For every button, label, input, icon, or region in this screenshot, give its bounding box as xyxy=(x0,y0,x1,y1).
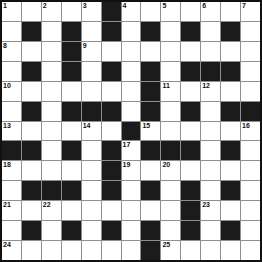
white-cell-11-10[interactable] xyxy=(201,221,220,240)
clue-number-1: 1 xyxy=(3,2,7,10)
clue-number-14: 14 xyxy=(83,122,91,130)
black-cell-1-9 xyxy=(181,22,200,41)
clue-number-12: 12 xyxy=(202,82,210,90)
white-cell-10-4[interactable] xyxy=(82,201,101,220)
black-cell-11-9 xyxy=(181,221,200,240)
clue-number-2: 2 xyxy=(43,2,47,10)
white-cell-9-0[interactable] xyxy=(2,181,21,200)
white-cell-0-12[interactable]: 7 xyxy=(241,2,260,21)
white-cell-4-6[interactable] xyxy=(122,82,141,101)
black-cell-0-5 xyxy=(102,2,121,21)
white-cell-2-11[interactable] xyxy=(221,42,240,61)
black-cell-3-10 xyxy=(201,62,220,81)
white-cell-10-12[interactable] xyxy=(241,201,260,220)
clue-number-19: 19 xyxy=(123,161,131,169)
white-cell-9-8[interactable] xyxy=(161,181,180,200)
white-cell-1-4[interactable] xyxy=(82,22,101,41)
clue-number-9: 9 xyxy=(83,42,87,50)
white-cell-10-3[interactable] xyxy=(62,201,81,220)
clue-number-20: 20 xyxy=(162,161,170,169)
black-cell-10-9 xyxy=(181,201,200,220)
white-cell-2-2[interactable] xyxy=(42,42,61,61)
white-cell-12-5[interactable] xyxy=(102,241,121,260)
white-cell-6-11[interactable] xyxy=(221,122,240,141)
white-cell-0-10[interactable]: 6 xyxy=(201,2,220,21)
white-cell-4-1[interactable] xyxy=(22,82,41,101)
white-cell-4-2[interactable] xyxy=(42,82,61,101)
white-cell-4-0[interactable]: 10 xyxy=(2,82,21,101)
white-cell-2-7[interactable] xyxy=(141,42,160,61)
white-cell-6-9[interactable] xyxy=(181,122,200,141)
white-cell-2-9[interactable] xyxy=(181,42,200,61)
crossword-page: 1234567891011121314151617181920212223242… xyxy=(0,0,262,262)
black-cell-9-7 xyxy=(141,181,160,200)
white-cell-8-10[interactable] xyxy=(201,161,220,180)
black-cell-1-3 xyxy=(62,22,81,41)
white-cell-1-6[interactable] xyxy=(122,22,141,41)
white-cell-10-0[interactable]: 21 xyxy=(2,201,21,220)
black-cell-5-1 xyxy=(22,102,41,121)
clue-number-22: 22 xyxy=(43,201,51,209)
white-cell-4-12[interactable] xyxy=(241,82,260,101)
black-cell-9-1 xyxy=(22,181,41,200)
white-cell-8-8[interactable]: 20 xyxy=(161,161,180,180)
white-cell-12-8[interactable]: 25 xyxy=(161,241,180,260)
white-cell-10-11[interactable] xyxy=(221,201,240,220)
clue-number-24: 24 xyxy=(3,241,11,249)
white-cell-12-9[interactable] xyxy=(181,241,200,260)
white-cell-12-0[interactable]: 24 xyxy=(2,241,21,260)
clue-number-18: 18 xyxy=(3,161,11,169)
black-cell-8-5 xyxy=(102,161,121,180)
white-cell-4-3[interactable] xyxy=(62,82,81,101)
black-cell-9-9 xyxy=(181,181,200,200)
white-cell-12-10[interactable] xyxy=(201,241,220,260)
black-cell-5-3 xyxy=(62,102,81,121)
white-cell-0-2[interactable]: 2 xyxy=(42,2,61,21)
white-cell-1-8[interactable] xyxy=(161,22,180,41)
black-cell-3-3 xyxy=(62,62,81,81)
white-cell-8-11[interactable] xyxy=(221,161,240,180)
black-cell-9-11 xyxy=(221,181,240,200)
white-cell-1-12[interactable] xyxy=(241,22,260,41)
white-cell-4-10[interactable]: 12 xyxy=(201,82,220,101)
white-cell-5-0[interactable] xyxy=(2,102,21,121)
white-cell-8-12[interactable] xyxy=(241,161,260,180)
white-cell-1-0[interactable] xyxy=(2,22,21,41)
white-cell-10-8[interactable] xyxy=(161,201,180,220)
white-cell-11-8[interactable] xyxy=(161,221,180,240)
clue-number-5: 5 xyxy=(162,2,166,10)
clue-number-16: 16 xyxy=(242,122,250,130)
white-cell-3-0[interactable] xyxy=(2,62,21,81)
white-cell-12-12[interactable] xyxy=(241,241,260,260)
white-cell-8-1[interactable] xyxy=(22,161,41,180)
white-cell-2-8[interactable] xyxy=(161,42,180,61)
black-cell-5-12 xyxy=(241,102,260,121)
crossword-grid: 1234567891011121314151617181920212223242… xyxy=(0,0,262,262)
clue-number-7: 7 xyxy=(242,2,246,10)
clue-number-8: 8 xyxy=(3,42,7,50)
black-cell-7-8 xyxy=(161,141,180,160)
black-cell-2-3 xyxy=(62,42,81,61)
black-cell-11-11 xyxy=(221,221,240,240)
white-cell-8-9[interactable] xyxy=(181,161,200,180)
white-cell-2-12[interactable] xyxy=(241,42,260,61)
white-cell-0-4[interactable]: 3 xyxy=(82,2,101,21)
white-cell-11-2[interactable] xyxy=(42,221,61,240)
black-cell-11-1 xyxy=(22,221,41,240)
white-cell-3-6[interactable] xyxy=(122,62,141,81)
white-cell-8-7[interactable] xyxy=(141,161,160,180)
white-cell-2-5[interactable] xyxy=(102,42,121,61)
white-cell-2-1[interactable] xyxy=(22,42,41,61)
white-cell-0-1[interactable] xyxy=(22,2,41,21)
white-cell-0-3[interactable] xyxy=(62,2,81,21)
white-cell-0-11[interactable] xyxy=(221,2,240,21)
clue-number-25: 25 xyxy=(162,241,170,249)
white-cell-8-0[interactable]: 18 xyxy=(2,161,21,180)
white-cell-6-1[interactable] xyxy=(22,122,41,141)
white-cell-10-7[interactable] xyxy=(141,201,160,220)
white-cell-1-2[interactable] xyxy=(42,22,61,41)
white-cell-12-4[interactable] xyxy=(82,241,101,260)
white-cell-6-7[interactable]: 15 xyxy=(141,122,160,141)
white-cell-8-4[interactable] xyxy=(82,161,101,180)
black-cell-3-7 xyxy=(141,62,160,81)
white-cell-4-11[interactable] xyxy=(221,82,240,101)
black-cell-4-7 xyxy=(141,82,160,101)
clue-number-11: 11 xyxy=(162,82,169,90)
white-cell-7-10[interactable] xyxy=(201,141,220,160)
white-cell-9-4[interactable] xyxy=(82,181,101,200)
white-cell-6-5[interactable] xyxy=(102,122,121,141)
white-cell-10-1[interactable] xyxy=(22,201,41,220)
white-cell-6-0[interactable]: 13 xyxy=(2,122,21,141)
black-cell-5-7 xyxy=(141,102,160,121)
black-cell-3-5 xyxy=(102,62,121,81)
black-cell-7-7 xyxy=(141,141,160,160)
white-cell-12-6[interactable] xyxy=(122,241,141,260)
white-cell-0-9[interactable] xyxy=(181,2,200,21)
black-cell-9-3 xyxy=(62,181,81,200)
black-cell-7-3 xyxy=(62,141,81,160)
black-cell-9-2 xyxy=(42,181,61,200)
white-cell-8-3[interactable] xyxy=(62,161,81,180)
black-cell-1-5 xyxy=(102,22,121,41)
white-cell-0-8[interactable]: 5 xyxy=(161,2,180,21)
black-cell-11-5 xyxy=(102,221,121,240)
white-cell-2-10[interactable] xyxy=(201,42,220,61)
white-cell-4-8[interactable]: 11 xyxy=(161,82,180,101)
white-cell-11-12[interactable] xyxy=(241,221,260,240)
white-cell-8-2[interactable] xyxy=(42,161,61,180)
white-cell-9-12[interactable] xyxy=(241,181,260,200)
white-cell-6-4[interactable]: 14 xyxy=(82,122,101,141)
white-cell-12-11[interactable] xyxy=(221,241,240,260)
white-cell-1-10[interactable] xyxy=(201,22,220,41)
clue-number-6: 6 xyxy=(202,2,206,10)
black-cell-7-1 xyxy=(22,141,41,160)
white-cell-7-4[interactable] xyxy=(82,141,101,160)
white-cell-0-6[interactable]: 4 xyxy=(122,2,141,21)
clue-number-23: 23 xyxy=(202,201,210,209)
black-cell-5-11 xyxy=(221,102,240,121)
white-cell-11-0[interactable] xyxy=(2,221,21,240)
white-cell-10-6[interactable] xyxy=(122,201,141,220)
white-cell-11-6[interactable] xyxy=(122,221,141,240)
white-cell-4-9[interactable] xyxy=(181,82,200,101)
black-cell-9-5 xyxy=(102,181,121,200)
white-cell-3-2[interactable] xyxy=(42,62,61,81)
black-cell-5-9 xyxy=(181,102,200,121)
black-cell-3-9 xyxy=(181,62,200,81)
white-cell-10-5[interactable] xyxy=(102,201,121,220)
black-cell-1-1 xyxy=(22,22,41,41)
white-cell-4-5[interactable] xyxy=(102,82,121,101)
white-cell-5-2[interactable] xyxy=(42,102,61,121)
white-cell-6-2[interactable] xyxy=(42,122,61,141)
black-cell-3-1 xyxy=(22,62,41,81)
white-cell-10-10[interactable]: 23 xyxy=(201,201,220,220)
black-cell-1-7 xyxy=(141,22,160,41)
white-cell-6-8[interactable] xyxy=(161,122,180,141)
black-cell-7-0 xyxy=(2,141,21,160)
clue-number-13: 13 xyxy=(3,122,11,130)
black-cell-7-11 xyxy=(221,141,240,160)
white-cell-5-10[interactable] xyxy=(201,102,220,121)
clue-number-4: 4 xyxy=(123,2,127,10)
white-cell-0-7[interactable] xyxy=(141,2,160,21)
white-cell-2-6[interactable] xyxy=(122,42,141,61)
white-cell-12-1[interactable] xyxy=(22,241,41,260)
white-cell-6-12[interactable]: 16 xyxy=(241,122,260,141)
white-cell-3-8[interactable] xyxy=(161,62,180,81)
black-cell-7-5 xyxy=(102,141,121,160)
white-cell-9-10[interactable] xyxy=(201,181,220,200)
white-cell-9-6[interactable] xyxy=(122,181,141,200)
white-cell-5-6[interactable] xyxy=(122,102,141,121)
white-cell-0-0[interactable]: 1 xyxy=(2,2,21,21)
white-cell-6-3[interactable] xyxy=(62,122,81,141)
white-cell-12-3[interactable] xyxy=(62,241,81,260)
white-cell-4-4[interactable] xyxy=(82,82,101,101)
black-cell-3-11 xyxy=(221,62,240,81)
white-cell-7-2[interactable] xyxy=(42,141,61,160)
black-cell-6-6 xyxy=(122,122,141,141)
clue-number-3: 3 xyxy=(83,2,87,10)
white-cell-7-6[interactable]: 17 xyxy=(122,141,141,160)
white-cell-7-12[interactable] xyxy=(241,141,260,160)
white-cell-8-6[interactable]: 19 xyxy=(122,161,141,180)
black-cell-11-3 xyxy=(62,221,81,240)
black-cell-12-7 xyxy=(141,241,160,260)
black-cell-11-7 xyxy=(141,221,160,240)
white-cell-5-8[interactable] xyxy=(161,102,180,121)
black-cell-1-11 xyxy=(221,22,240,41)
clue-number-17: 17 xyxy=(123,141,131,149)
white-cell-2-0[interactable]: 8 xyxy=(2,42,21,61)
black-cell-5-4 xyxy=(82,102,101,121)
white-cell-2-4[interactable]: 9 xyxy=(82,42,101,61)
black-cell-5-5 xyxy=(102,102,121,121)
black-cell-7-9 xyxy=(181,141,200,160)
white-cell-6-10[interactable] xyxy=(201,122,220,141)
white-cell-3-12[interactable] xyxy=(241,62,260,81)
white-cell-10-2[interactable]: 22 xyxy=(42,201,61,220)
clue-number-21: 21 xyxy=(3,201,11,209)
white-cell-3-4[interactable] xyxy=(82,62,101,81)
white-cell-12-2[interactable] xyxy=(42,241,61,260)
clue-number-10: 10 xyxy=(3,82,11,90)
white-cell-11-4[interactable] xyxy=(82,221,101,240)
clue-number-15: 15 xyxy=(142,122,150,130)
